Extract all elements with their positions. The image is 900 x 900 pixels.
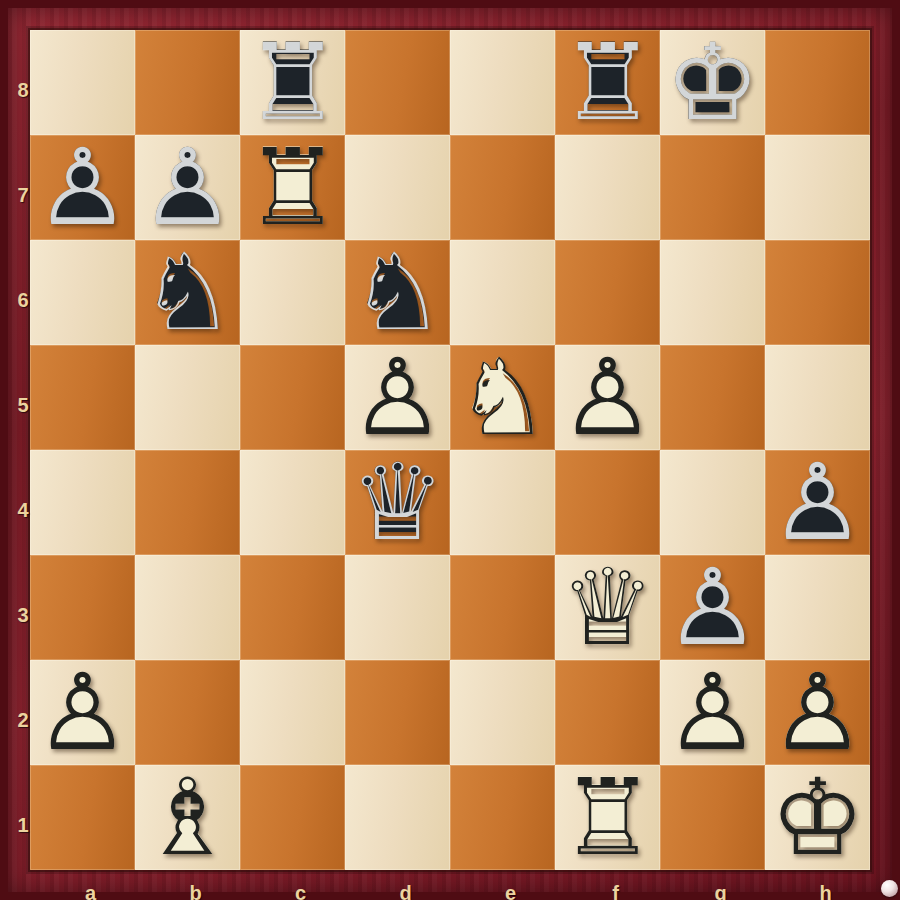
piece-outline-glyph: ♙	[555, 345, 660, 450]
piece-outline-glyph: ♙	[765, 450, 870, 555]
square-e8[interactable]	[450, 30, 555, 135]
black-pawn-a7[interactable]: ♟♙	[30, 135, 135, 240]
file-label-f: f	[563, 878, 668, 900]
square-d4[interactable]: ♛♕	[345, 450, 450, 555]
piece-outline-glyph: ♖	[555, 30, 660, 135]
square-e3[interactable]	[450, 555, 555, 660]
square-h6[interactable]	[765, 240, 870, 345]
square-b8[interactable]	[135, 30, 240, 135]
white-bishop-b1[interactable]: ♝♗	[135, 765, 240, 870]
square-g5[interactable]	[660, 345, 765, 450]
square-c3[interactable]	[240, 555, 345, 660]
square-d7[interactable]	[345, 135, 450, 240]
black-king-g8[interactable]: ♚♔	[660, 30, 765, 135]
square-d3[interactable]	[345, 555, 450, 660]
white-pawn-h2[interactable]: ♟♙	[765, 660, 870, 765]
piece-outline-glyph: ♙	[345, 345, 450, 450]
square-a5[interactable]	[30, 345, 135, 450]
rank-label-4: 4	[8, 458, 38, 563]
piece-outline-glyph: ♙	[135, 135, 240, 240]
white-queen-f3[interactable]: ♛♕	[555, 555, 660, 660]
square-g1[interactable]	[660, 765, 765, 870]
square-a3[interactable]	[30, 555, 135, 660]
white-rook-f1[interactable]: ♜♖	[555, 765, 660, 870]
square-g6[interactable]	[660, 240, 765, 345]
white-king-h1[interactable]: ♚♔	[765, 765, 870, 870]
square-e1[interactable]	[450, 765, 555, 870]
file-label-e: e	[458, 878, 563, 900]
black-rook-c8[interactable]: ♜♖	[240, 30, 345, 135]
rank-label-8: 8	[8, 38, 38, 143]
black-pawn-h4[interactable]: ♟♙	[765, 450, 870, 555]
white-pawn-f5[interactable]: ♟♙	[555, 345, 660, 450]
square-e6[interactable]	[450, 240, 555, 345]
square-a2[interactable]: ♟♙	[30, 660, 135, 765]
square-c5[interactable]	[240, 345, 345, 450]
square-d8[interactable]	[345, 30, 450, 135]
rank-label-3: 3	[8, 563, 38, 668]
piece-outline-glyph: ♕	[555, 555, 660, 660]
chess-board-frame: ♜♖♜♖♚♔♟♙♟♙♜♖♞♘♞♘♟♙♞♘♟♙♛♕♟♙♛♕♟♙♟♙♟♙♟♙♝♗♜♖…	[0, 0, 900, 900]
square-h4[interactable]: ♟♙	[765, 450, 870, 555]
file-label-d: d	[353, 878, 458, 900]
square-g2[interactable]: ♟♙	[660, 660, 765, 765]
chess-board: ♜♖♜♖♚♔♟♙♟♙♜♖♞♘♞♘♟♙♞♘♟♙♛♕♟♙♛♕♟♙♟♙♟♙♟♙♝♗♜♖…	[30, 30, 870, 870]
square-f1[interactable]: ♜♖	[555, 765, 660, 870]
square-g8[interactable]: ♚♔	[660, 30, 765, 135]
piece-outline-glyph: ♙	[30, 135, 135, 240]
rank-label-7: 7	[8, 143, 38, 248]
square-f4[interactable]	[555, 450, 660, 555]
piece-outline-glyph: ♖	[240, 135, 345, 240]
square-h8[interactable]	[765, 30, 870, 135]
square-d6[interactable]: ♞♘	[345, 240, 450, 345]
square-d1[interactable]	[345, 765, 450, 870]
black-pawn-g3[interactable]: ♟♙	[660, 555, 765, 660]
square-b5[interactable]	[135, 345, 240, 450]
white-knight-e5[interactable]: ♞♘	[450, 345, 555, 450]
file-label-c: c	[248, 878, 353, 900]
square-c1[interactable]	[240, 765, 345, 870]
square-b4[interactable]	[135, 450, 240, 555]
black-knight-b6[interactable]: ♞♘	[135, 240, 240, 345]
square-c6[interactable]	[240, 240, 345, 345]
file-label-h: h	[773, 878, 878, 900]
square-h2[interactable]: ♟♙	[765, 660, 870, 765]
file-label-a: a	[38, 878, 143, 900]
square-f8[interactable]: ♜♖	[555, 30, 660, 135]
square-f5[interactable]: ♟♙	[555, 345, 660, 450]
piece-outline-glyph: ♕	[345, 450, 450, 555]
black-pawn-b7[interactable]: ♟♙	[135, 135, 240, 240]
square-h3[interactable]	[765, 555, 870, 660]
square-g4[interactable]	[660, 450, 765, 555]
piece-outline-glyph: ♙	[765, 660, 870, 765]
square-b7[interactable]: ♟♙	[135, 135, 240, 240]
square-e7[interactable]	[450, 135, 555, 240]
square-f7[interactable]	[555, 135, 660, 240]
piece-outline-glyph: ♔	[765, 765, 870, 870]
square-g7[interactable]	[660, 135, 765, 240]
piece-outline-glyph: ♙	[30, 660, 135, 765]
file-label-g: g	[668, 878, 773, 900]
square-f6[interactable]	[555, 240, 660, 345]
piece-outline-glyph: ♘	[345, 240, 450, 345]
white-to-move-indicator	[881, 880, 898, 897]
white-pawn-a2[interactable]: ♟♙	[30, 660, 135, 765]
piece-outline-glyph: ♙	[660, 555, 765, 660]
square-c7[interactable]: ♜♖	[240, 135, 345, 240]
file-label-b: b	[143, 878, 248, 900]
square-c4[interactable]	[240, 450, 345, 555]
square-b2[interactable]	[135, 660, 240, 765]
square-c2[interactable]	[240, 660, 345, 765]
square-a7[interactable]: ♟♙	[30, 135, 135, 240]
black-queen-d4[interactable]: ♛♕	[345, 450, 450, 555]
square-a6[interactable]	[30, 240, 135, 345]
square-f2[interactable]	[555, 660, 660, 765]
rank-label-1: 1	[8, 773, 38, 878]
rank-label-6: 6	[8, 248, 38, 353]
white-rook-c7[interactable]: ♜♖	[240, 135, 345, 240]
square-c8[interactable]: ♜♖	[240, 30, 345, 135]
square-a4[interactable]	[30, 450, 135, 555]
square-g3[interactable]: ♟♙	[660, 555, 765, 660]
piece-outline-glyph: ♙	[660, 660, 765, 765]
piece-outline-glyph: ♖	[240, 30, 345, 135]
square-d5[interactable]: ♟♙	[345, 345, 450, 450]
rank-label-2: 2	[8, 668, 38, 773]
square-e5[interactable]: ♞♘	[450, 345, 555, 450]
white-pawn-d5[interactable]: ♟♙	[345, 345, 450, 450]
square-h7[interactable]	[765, 135, 870, 240]
square-f3[interactable]: ♛♕	[555, 555, 660, 660]
piece-outline-glyph: ♗	[135, 765, 240, 870]
piece-outline-glyph: ♖	[555, 765, 660, 870]
square-h5[interactable]	[765, 345, 870, 450]
square-e4[interactable]	[450, 450, 555, 555]
square-a1[interactable]	[30, 765, 135, 870]
white-pawn-g2[interactable]: ♟♙	[660, 660, 765, 765]
square-b3[interactable]	[135, 555, 240, 660]
square-d2[interactable]	[345, 660, 450, 765]
piece-outline-glyph: ♘	[135, 240, 240, 345]
square-a8[interactable]	[30, 30, 135, 135]
rank-label-5: 5	[8, 353, 38, 458]
square-b6[interactable]: ♞♘	[135, 240, 240, 345]
piece-outline-glyph: ♔	[660, 30, 765, 135]
square-b1[interactable]: ♝♗	[135, 765, 240, 870]
black-knight-d6[interactable]: ♞♘	[345, 240, 450, 345]
piece-outline-glyph: ♘	[450, 345, 555, 450]
square-e2[interactable]	[450, 660, 555, 765]
square-h1[interactable]: ♚♔	[765, 765, 870, 870]
black-rook-f8[interactable]: ♜♖	[555, 30, 660, 135]
